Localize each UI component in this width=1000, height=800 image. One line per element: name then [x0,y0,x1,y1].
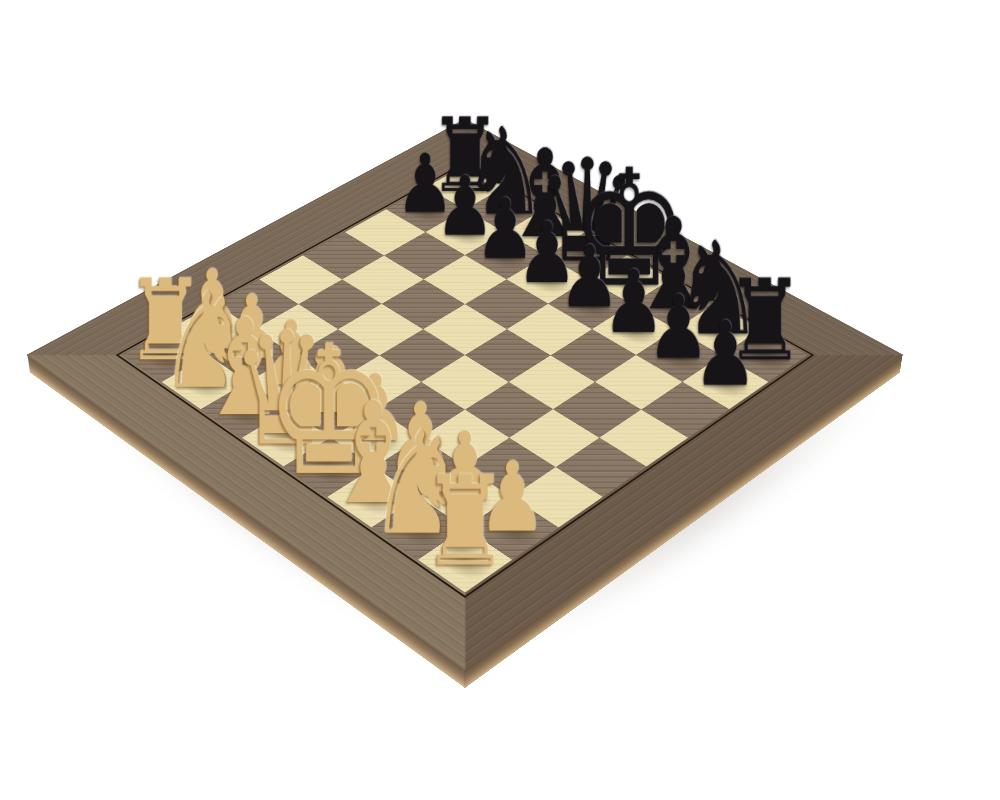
piece-shadow [514,260,579,298]
piece-shadow [513,214,577,250]
piece-shadow [434,170,496,205]
square-c7: ♟ [465,232,546,279]
square-g8: ♞ [676,304,760,355]
piece-white-pawn-a2: ♟ [125,259,299,346]
piece-shadow [394,192,456,228]
piece-black-pawn-a7: ♟ [344,144,506,225]
piece-shadow [179,309,245,350]
piece-black-pawn-e7: ♟ [504,234,675,320]
square-b6 [384,232,465,279]
piece-black-pawn-d7: ♟ [463,211,632,295]
square-a4 [260,255,342,304]
piece-black-bishop-c8: ♝ [463,134,627,255]
piece-shadow [554,237,619,274]
piece-shadow [473,237,537,274]
square-e6 [507,304,591,355]
piece-shadow [433,214,496,250]
square-a7: ♟ [386,187,465,232]
piece-black-pawn-f7: ♟ [547,259,721,346]
square-d6 [465,279,548,329]
piece-black-knight-g8: ♞ [631,225,805,353]
square-b4 [299,279,382,329]
piece-shadow [473,192,536,228]
square-d7: ♟ [506,255,588,304]
piece-black-king-e8: ♚ [545,149,714,310]
square-b5 [342,255,424,304]
square-b3 [254,304,338,355]
piece-black-queen-d8: ♛ [503,140,670,282]
photo-background: ♜♞♝♛♚♝♞♜♟♟♟♟♟♟♟♟♟♟♟♟♟♟♟♟♜♞♝♛♚♝♞♜ [0,0,1000,800]
scene: ♜♞♝♛♚♝♞♜♟♟♟♟♟♟♟♟♟♟♟♟♟♟♟♟♜♞♝♛♚♝♞♜ [0,0,1000,800]
square-d8: ♛ [546,232,627,279]
piece-shadow [684,309,752,350]
square-b8: ♞ [465,187,544,232]
piece-shadow [218,334,285,376]
square-e7: ♟ [548,279,631,329]
square-a5 [303,232,384,279]
piece-shadow [640,284,707,324]
piece-black-pawn-b7: ♟ [383,165,547,247]
square-d5 [423,304,507,355]
piece-black-rook-a8: ♜ [385,105,545,207]
square-a3 [215,279,298,329]
square-c4 [338,304,422,355]
piece-shadow [596,260,662,298]
piece-shadow [557,284,623,324]
square-c8: ♝ [505,209,585,255]
square-c5 [382,279,465,329]
square-b7: ♟ [425,209,505,255]
square-a2: ♟ [170,304,254,355]
piece-shadow [600,309,668,350]
square-a8: ♜ [426,166,504,210]
square-c6 [424,255,506,304]
chess-board: ♜♞♝♛♚♝♞♜♟♟♟♟♟♟♟♟♟♟♟♟♟♟♟♟♜♞♝♛♚♝♞♜ [27,119,904,670]
piece-black-knight-b8: ♞ [423,112,585,232]
piece-black-pawn-c7: ♟ [422,188,589,271]
playing-area: ♜♞♝♛♚♝♞♜♟♟♟♟♟♟♟♟♟♟♟♟♟♟♟♟♜♞♝♛♚♝♞♜ [123,166,807,593]
square-f8: ♝ [631,279,714,329]
square-e8: ♚ [588,255,670,304]
square-a6 [345,209,425,255]
piece-black-bishop-f8: ♝ [587,201,758,327]
square-f7: ♟ [592,304,676,355]
